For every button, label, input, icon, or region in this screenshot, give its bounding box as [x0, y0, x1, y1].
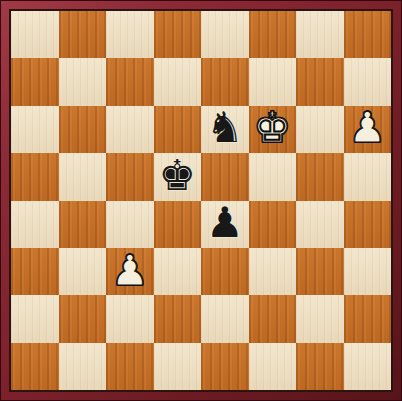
square-a5[interactable]	[11, 153, 59, 200]
square-b2[interactable]	[59, 295, 107, 342]
square-f5[interactable]	[249, 153, 297, 200]
square-f1[interactable]	[249, 343, 297, 390]
square-g6[interactable]	[296, 106, 344, 153]
piece-white-pawn[interactable]: ♟	[111, 250, 149, 292]
square-e5[interactable]	[201, 153, 249, 200]
square-h8[interactable]	[344, 11, 392, 58]
piece-black-king[interactable]: ♚	[158, 155, 196, 197]
square-c4[interactable]	[106, 201, 154, 248]
piece-white-pawn[interactable]: ♟	[348, 107, 386, 149]
square-b1[interactable]	[59, 343, 107, 390]
square-c6[interactable]	[106, 106, 154, 153]
square-c2[interactable]	[106, 295, 154, 342]
square-a7[interactable]	[11, 58, 59, 105]
square-h5[interactable]	[344, 153, 392, 200]
square-a8[interactable]	[11, 11, 59, 58]
square-b8[interactable]	[59, 11, 107, 58]
square-f2[interactable]	[249, 295, 297, 342]
square-c3[interactable]: ♟	[106, 248, 154, 295]
square-g2[interactable]	[296, 295, 344, 342]
square-d4[interactable]	[154, 201, 202, 248]
square-g8[interactable]	[296, 11, 344, 58]
square-h6[interactable]: ♟	[344, 106, 392, 153]
piece-black-pawn[interactable]: ♟	[206, 202, 244, 244]
chess-diagram: ♞♚♟♚♟♟	[0, 0, 402, 401]
square-c5[interactable]	[106, 153, 154, 200]
square-f4[interactable]	[249, 201, 297, 248]
square-b6[interactable]	[59, 106, 107, 153]
square-h7[interactable]	[344, 58, 392, 105]
square-b5[interactable]	[59, 153, 107, 200]
square-d5[interactable]: ♚	[154, 153, 202, 200]
square-d3[interactable]	[154, 248, 202, 295]
square-h3[interactable]	[344, 248, 392, 295]
square-c1[interactable]	[106, 343, 154, 390]
square-f7[interactable]	[249, 58, 297, 105]
square-d7[interactable]	[154, 58, 202, 105]
square-e3[interactable]	[201, 248, 249, 295]
square-a4[interactable]	[11, 201, 59, 248]
square-a1[interactable]	[11, 343, 59, 390]
square-c7[interactable]	[106, 58, 154, 105]
square-b3[interactable]	[59, 248, 107, 295]
square-d2[interactable]	[154, 295, 202, 342]
square-a6[interactable]	[11, 106, 59, 153]
square-e4[interactable]: ♟	[201, 201, 249, 248]
square-g4[interactable]	[296, 201, 344, 248]
square-d8[interactable]	[154, 11, 202, 58]
square-d6[interactable]	[154, 106, 202, 153]
piece-black-knight[interactable]: ♞	[206, 107, 244, 149]
square-h2[interactable]	[344, 295, 392, 342]
square-f8[interactable]	[249, 11, 297, 58]
square-g1[interactable]	[296, 343, 344, 390]
square-e7[interactable]	[201, 58, 249, 105]
square-e6[interactable]: ♞	[201, 106, 249, 153]
square-f3[interactable]	[249, 248, 297, 295]
square-a2[interactable]	[11, 295, 59, 342]
square-e1[interactable]	[201, 343, 249, 390]
chess-board-frame: ♞♚♟♚♟♟	[0, 0, 402, 401]
square-f6[interactable]: ♚	[249, 106, 297, 153]
square-g5[interactable]	[296, 153, 344, 200]
square-d1[interactable]	[154, 343, 202, 390]
square-b7[interactable]	[59, 58, 107, 105]
square-a3[interactable]	[11, 248, 59, 295]
square-h4[interactable]	[344, 201, 392, 248]
square-b4[interactable]	[59, 201, 107, 248]
square-g7[interactable]	[296, 58, 344, 105]
square-e8[interactable]	[201, 11, 249, 58]
square-e2[interactable]	[201, 295, 249, 342]
piece-white-king[interactable]: ♚	[253, 107, 291, 149]
square-g3[interactable]	[296, 248, 344, 295]
chess-board: ♞♚♟♚♟♟	[11, 11, 391, 390]
square-h1[interactable]	[344, 343, 392, 390]
square-c8[interactable]	[106, 11, 154, 58]
